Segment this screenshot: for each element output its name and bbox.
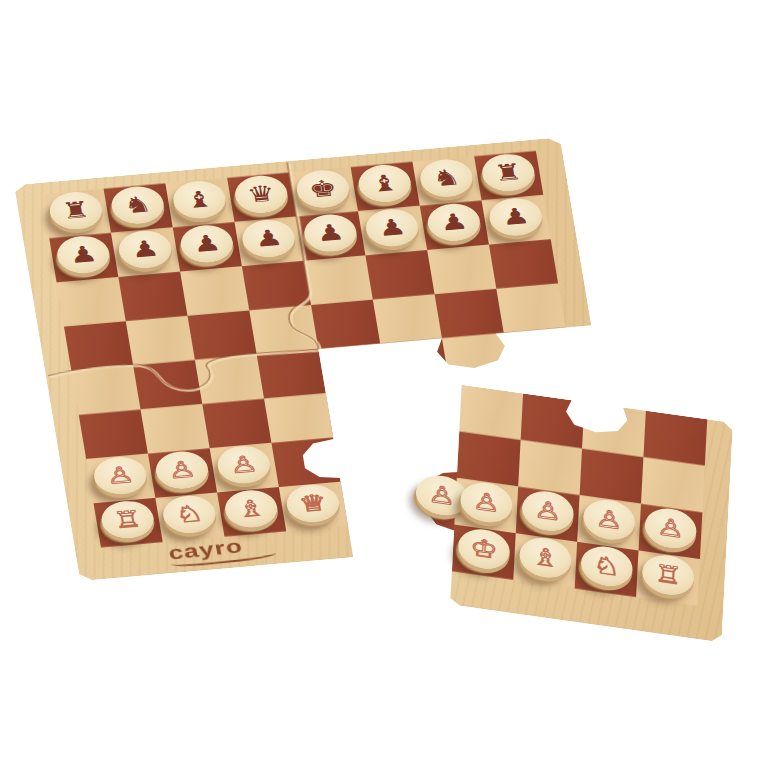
square-e2 <box>454 478 518 533</box>
square-a8 <box>42 189 111 239</box>
square-f2 <box>516 487 580 542</box>
square-e3 <box>457 431 521 486</box>
cut-square-g4 <box>442 333 511 383</box>
square-d2-tab <box>420 467 459 531</box>
cut-square-e2 <box>333 432 402 482</box>
square-b6 <box>118 272 187 322</box>
detached-piece-face <box>416 380 733 642</box>
square-a5 <box>64 321 133 371</box>
square-g2 <box>577 495 641 550</box>
cut-square-f4 <box>380 338 449 388</box>
square-h4 <box>643 411 707 466</box>
square-a6 <box>57 277 126 327</box>
square-d8 <box>227 173 296 223</box>
square-g7 <box>420 200 489 250</box>
square-e1 <box>452 525 516 580</box>
square-h1 <box>636 550 700 605</box>
square-f3 <box>518 440 582 495</box>
square-g6 <box>427 245 496 295</box>
square-g1 <box>575 542 639 597</box>
cut-square-e1 <box>341 476 410 526</box>
square-b8 <box>104 183 173 233</box>
detached-puzzle-piece: ♙♙♙♙♙♔♗♘♖ <box>416 380 733 642</box>
square-f4 <box>521 393 585 448</box>
square-c6 <box>180 266 249 316</box>
cut-square-e3 <box>326 388 395 438</box>
square-f7 <box>358 206 427 256</box>
square-b5 <box>126 316 195 366</box>
square-g4 <box>582 402 646 457</box>
square-g5 <box>435 289 504 339</box>
square-b2 <box>148 448 217 498</box>
cut-square-h4 <box>504 328 573 378</box>
square-d5 <box>249 305 318 355</box>
square-d4 <box>257 349 326 399</box>
square-e5 <box>311 300 380 350</box>
square-a4 <box>71 365 140 415</box>
square-a7 <box>49 233 118 283</box>
square-d2 <box>271 438 340 488</box>
square-b4 <box>133 360 202 410</box>
square-c5 <box>188 310 257 360</box>
square-h7 <box>482 195 551 245</box>
square-h2 <box>639 504 703 559</box>
square-d6 <box>242 261 311 311</box>
square-d7 <box>234 217 303 267</box>
square-c2 <box>210 443 279 493</box>
detached-piece-grid <box>452 385 707 606</box>
square-e7 <box>296 211 365 261</box>
square-e8 <box>289 167 358 217</box>
square-a2 <box>86 454 155 504</box>
square-a1 <box>94 498 163 548</box>
square-e6 <box>304 255 373 305</box>
square-a3 <box>79 410 148 460</box>
square-f5 <box>373 294 442 344</box>
square-c7 <box>173 222 242 272</box>
square-f6 <box>365 250 434 300</box>
square-g8 <box>412 156 481 206</box>
square-b7 <box>111 227 180 277</box>
square-d3 <box>264 393 333 443</box>
square-c1 <box>217 487 286 537</box>
square-h8 <box>474 151 543 201</box>
square-e4 <box>459 385 523 440</box>
cut-square-e4 <box>318 344 387 394</box>
square-c3 <box>202 399 271 449</box>
square-h6 <box>489 239 558 289</box>
square-f8 <box>351 162 420 212</box>
square-c8 <box>165 178 234 228</box>
square-b3 <box>141 404 210 454</box>
square-b1 <box>155 492 224 542</box>
square-c4 <box>195 355 264 405</box>
square-h5 <box>496 283 565 333</box>
square-d1 <box>279 482 348 532</box>
product-photo-scene: cayro ♜♞♝♛♚♝♞♜♟♟♟♟♟♟♟♟♙♙♙♖♘♗♕ ♙♙♙♙♙♔♗♘♖ <box>0 0 768 768</box>
square-f1 <box>513 533 577 588</box>
square-g3 <box>580 449 644 504</box>
square-h3 <box>641 457 705 512</box>
